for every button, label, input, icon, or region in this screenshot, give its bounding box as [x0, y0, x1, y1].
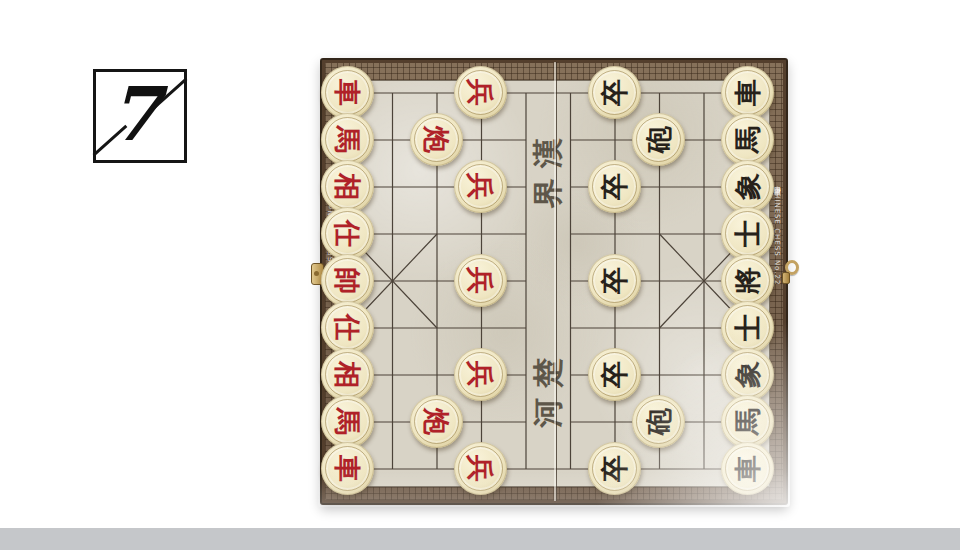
- piece-character: 相: [334, 361, 361, 388]
- piece-character: 兵: [467, 455, 494, 482]
- xiangqi-piece-red-advisor: 仕: [321, 301, 374, 354]
- xiangqi-piece-black-general: 將: [721, 254, 774, 307]
- piece-character: 士: [734, 314, 761, 341]
- river-character: 楚: [528, 353, 568, 393]
- piece-character: 車: [734, 455, 761, 482]
- xiangqi-piece-black-soldier: 卒: [588, 348, 641, 401]
- board-fold-seam: [556, 62, 557, 501]
- piece-character: 車: [734, 79, 761, 106]
- xiangqi-piece-red-soldier: 兵: [454, 442, 507, 495]
- piece-character: 象: [734, 361, 761, 388]
- xiangqi-piece-red-soldier: 兵: [454, 160, 507, 213]
- xiangqi-piece-red-general: 帥: [321, 254, 374, 307]
- xiangqi-piece-black-cannon: 砲: [632, 395, 685, 448]
- xiangqi-piece-black-soldier: 卒: [588, 442, 641, 495]
- xiangqi-piece-black-advisor: 士: [721, 301, 774, 354]
- xiangqi-piece-red-elephant: 相: [321, 348, 374, 401]
- piece-character: 馬: [734, 408, 761, 435]
- xiangqi-piece-black-horse: 馬: [721, 113, 774, 166]
- xiangqi-piece-black-chariot: 車: [721, 442, 774, 495]
- piece-character: 仕: [334, 220, 361, 247]
- piece-character: 兵: [467, 173, 494, 200]
- xiangqi-piece-black-cannon: 砲: [632, 113, 685, 166]
- piece-character: 將: [734, 267, 761, 294]
- piece-character: 馬: [334, 126, 361, 153]
- river-character: 河: [528, 393, 568, 433]
- xiangqi-piece-black-horse: 馬: [721, 395, 774, 448]
- piece-character: 馬: [734, 126, 761, 153]
- xiangqi-piece-black-soldier: 卒: [588, 254, 641, 307]
- xiangqi-piece-red-soldier: 兵: [454, 66, 507, 119]
- piece-character: 兵: [467, 79, 494, 106]
- xiangqi-piece-black-soldier: 卒: [588, 160, 641, 213]
- photo-index-badge: 7: [93, 69, 187, 163]
- xiangqi-piece-black-advisor: 士: [721, 207, 774, 260]
- piece-character: 卒: [601, 361, 628, 388]
- xiangqi-piece-red-horse: 馬: [321, 113, 374, 166]
- piece-character: 砲: [645, 126, 672, 153]
- river-character: 漢: [528, 133, 568, 173]
- xiangqi-board: 漢界楚河 中国象棋 CHINESE CHESS No.22 中国象棋 CHINE…: [320, 58, 788, 505]
- xiangqi-piece-red-chariot: 車: [321, 442, 374, 495]
- xiangqi-piece-red-horse: 馬: [321, 395, 374, 448]
- piece-character: 象: [734, 173, 761, 200]
- piece-character: 相: [334, 173, 361, 200]
- piece-character: 士: [734, 220, 761, 247]
- piece-character: 卒: [601, 79, 628, 106]
- piece-character: 砲: [645, 408, 672, 435]
- brass-clasp-base: [782, 272, 790, 284]
- product-photo: 7 漢界楚河 中国象棋 CHINESE CHESS No.22 中国象棋 CHI…: [0, 0, 960, 550]
- xiangqi-piece-red-cannon: 炮: [410, 113, 463, 166]
- page-bottom-strip: [0, 528, 960, 550]
- piece-character: 卒: [601, 267, 628, 294]
- xiangqi-piece-red-cannon: 炮: [410, 395, 463, 448]
- piece-character: 車: [334, 79, 361, 106]
- piece-character: 炮: [423, 126, 450, 153]
- xiangqi-piece-black-elephant: 象: [721, 160, 774, 213]
- xiangqi-piece-red-elephant: 相: [321, 160, 374, 213]
- xiangqi-piece-black-soldier: 卒: [588, 66, 641, 119]
- xiangqi-piece-black-elephant: 象: [721, 348, 774, 401]
- piece-character: 兵: [467, 267, 494, 294]
- piece-character: 仕: [334, 314, 361, 341]
- photo-index-number: 7: [96, 72, 184, 160]
- piece-character: 炮: [423, 408, 450, 435]
- piece-character: 帥: [334, 267, 361, 294]
- river-character: 界: [528, 173, 568, 213]
- xiangqi-piece-black-chariot: 車: [721, 66, 774, 119]
- xiangqi-piece-red-advisor: 仕: [321, 207, 374, 260]
- xiangqi-piece-red-chariot: 車: [321, 66, 374, 119]
- xiangqi-piece-red-soldier: 兵: [454, 254, 507, 307]
- piece-character: 卒: [601, 173, 628, 200]
- piece-character: 馬: [334, 408, 361, 435]
- piece-character: 卒: [601, 455, 628, 482]
- piece-character: 兵: [467, 361, 494, 388]
- xiangqi-piece-red-soldier: 兵: [454, 348, 507, 401]
- piece-character: 車: [334, 455, 361, 482]
